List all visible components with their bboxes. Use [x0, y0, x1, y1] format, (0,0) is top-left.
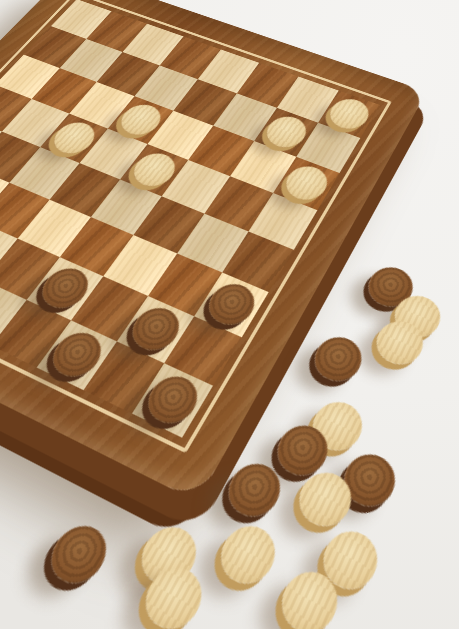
loose-checker-dark [307, 330, 369, 388]
table-surface [0, 0, 459, 629]
photo-stage [0, 0, 459, 629]
loose-checker-light [211, 517, 284, 593]
loose-checker-dark [41, 517, 117, 593]
loose-checker-dark [219, 456, 289, 526]
